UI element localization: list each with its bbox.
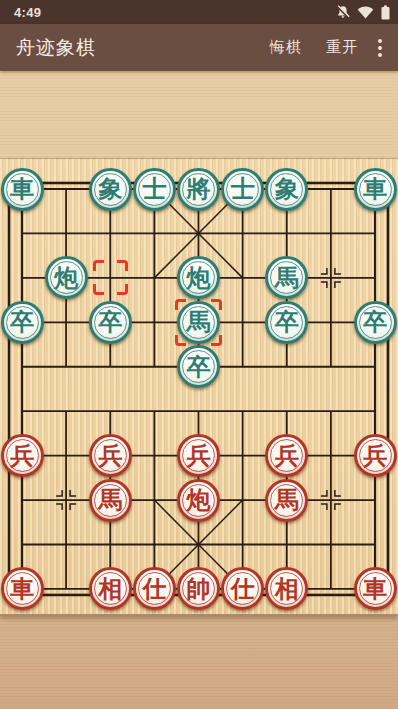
piece-red-chariot[interactable]: 車 <box>354 567 397 610</box>
piece-black-general[interactable]: 將 <box>177 168 220 211</box>
page-title: 舟迹象棋 <box>16 35 260 61</box>
piece-black-soldier[interactable]: 卒 <box>1 301 44 344</box>
piece-red-soldier[interactable]: 兵 <box>1 434 44 477</box>
app-bar: 舟迹象棋 悔棋 重开 <box>0 24 398 71</box>
piece-black-advisor[interactable]: 士 <box>221 168 264 211</box>
status-time: 4:49 <box>14 5 41 20</box>
piece-glyph: 將 <box>187 177 211 201</box>
piece-glyph: 兵 <box>10 444 34 468</box>
piece-glyph: 卒 <box>98 310 122 334</box>
piece-red-soldier[interactable]: 兵 <box>265 434 308 477</box>
piece-black-cannon[interactable]: 炮 <box>45 256 88 299</box>
piece-glyph: 卒 <box>363 310 387 334</box>
piece-red-soldier[interactable]: 兵 <box>354 434 397 477</box>
piece-red-elephant[interactable]: 相 <box>89 567 132 610</box>
app-bar-actions: 悔棋 重开 <box>260 30 392 65</box>
last-move-origin-marker <box>93 260 128 295</box>
piece-glyph: 車 <box>363 177 387 201</box>
piece-glyph: 卒 <box>10 310 34 334</box>
piece-glyph: 象 <box>275 177 299 201</box>
piece-black-elephant[interactable]: 象 <box>265 168 308 211</box>
piece-glyph: 馬 <box>187 310 211 334</box>
piece-glyph: 車 <box>363 577 387 601</box>
undo-move-button[interactable]: 悔棋 <box>260 30 312 65</box>
xiangqi-board[interactable]: 車象士將士象車炮炮馬卒卒馬卒卒卒兵兵兵兵兵馬炮馬車相仕帥仕相車 <box>0 158 398 616</box>
piece-red-horse[interactable]: 馬 <box>89 479 132 522</box>
piece-glyph: 士 <box>142 177 166 201</box>
piece-glyph: 炮 <box>54 266 78 290</box>
piece-glyph: 炮 <box>187 266 211 290</box>
status-icons <box>336 5 390 20</box>
piece-glyph: 相 <box>275 577 299 601</box>
piece-red-chariot[interactable]: 車 <box>1 567 44 610</box>
piece-glyph: 象 <box>98 177 122 201</box>
piece-glyph: 仕 <box>142 577 166 601</box>
piece-glyph: 卒 <box>275 310 299 334</box>
piece-glyph: 馬 <box>98 488 122 512</box>
piece-glyph: 兵 <box>98 444 122 468</box>
piece-black-advisor[interactable]: 士 <box>133 168 176 211</box>
battery-full-icon <box>381 5 390 20</box>
pieces-layer: 車象士將士象車炮炮馬卒卒馬卒卒卒兵兵兵兵兵馬炮馬車相仕帥仕相車 <box>0 159 398 614</box>
piece-glyph: 馬 <box>275 488 299 512</box>
piece-black-soldier[interactable]: 卒 <box>177 345 220 388</box>
piece-black-horse[interactable]: 馬 <box>177 301 220 344</box>
piece-glyph: 兵 <box>363 444 387 468</box>
piece-glyph: 士 <box>231 177 255 201</box>
piece-black-soldier[interactable]: 卒 <box>354 301 397 344</box>
piece-red-soldier[interactable]: 兵 <box>89 434 132 477</box>
vertical-ellipsis-icon <box>378 39 382 43</box>
piece-black-cannon[interactable]: 炮 <box>177 256 220 299</box>
piece-red-general[interactable]: 帥 <box>177 567 220 610</box>
piece-glyph: 兵 <box>275 444 299 468</box>
piece-red-advisor[interactable]: 仕 <box>221 567 264 610</box>
status-bar: 4:49 <box>0 0 398 24</box>
piece-black-elephant[interactable]: 象 <box>89 168 132 211</box>
piece-glyph: 仕 <box>231 577 255 601</box>
piece-red-elephant[interactable]: 相 <box>265 567 308 610</box>
piece-red-advisor[interactable]: 仕 <box>133 567 176 610</box>
app-screen: 4:49 舟迹象棋 悔棋 重开 <box>0 0 398 709</box>
piece-red-cannon[interactable]: 炮 <box>177 479 220 522</box>
piece-glyph: 相 <box>98 577 122 601</box>
piece-glyph: 帥 <box>187 577 211 601</box>
piece-black-chariot[interactable]: 車 <box>354 168 397 211</box>
piece-glyph: 車 <box>10 177 34 201</box>
piece-glyph: 卒 <box>187 355 211 379</box>
notifications-off-icon <box>336 5 350 19</box>
piece-glyph: 馬 <box>275 266 299 290</box>
piece-glyph: 兵 <box>187 444 211 468</box>
piece-glyph: 車 <box>10 577 34 601</box>
piece-red-horse[interactable]: 馬 <box>265 479 308 522</box>
piece-black-soldier[interactable]: 卒 <box>89 301 132 344</box>
piece-black-soldier[interactable]: 卒 <box>265 301 308 344</box>
restart-button[interactable]: 重开 <box>316 30 368 65</box>
wifi-icon <box>357 5 374 19</box>
piece-black-chariot[interactable]: 車 <box>1 168 44 211</box>
piece-red-soldier[interactable]: 兵 <box>177 434 220 477</box>
piece-glyph: 炮 <box>187 488 211 512</box>
piece-black-horse[interactable]: 馬 <box>265 256 308 299</box>
overflow-menu-button[interactable] <box>372 31 392 65</box>
